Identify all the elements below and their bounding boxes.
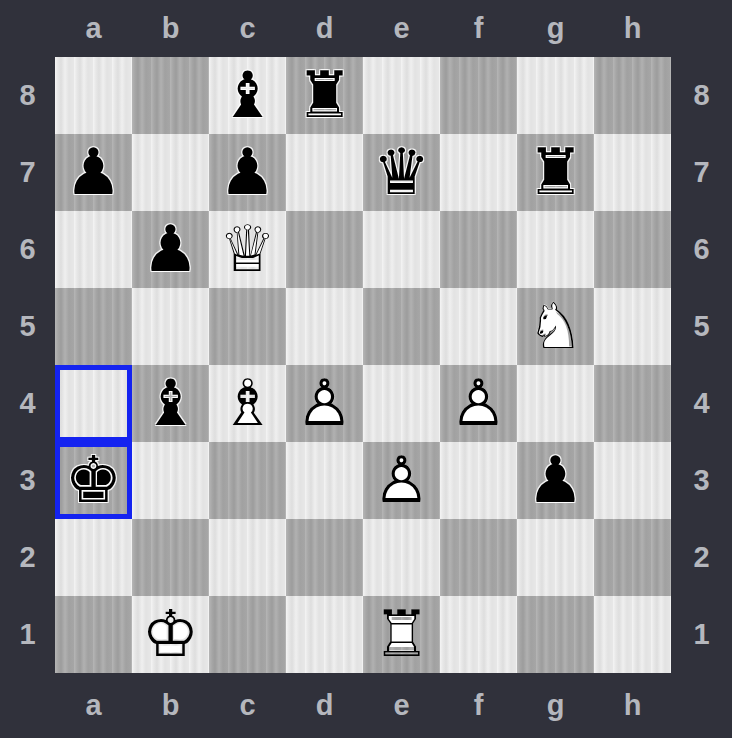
- square-h7[interactable]: [594, 134, 671, 211]
- square-b2[interactable]: [132, 519, 209, 596]
- white-piece-outline-glyph: ♔: [132, 596, 209, 673]
- square-c4[interactable]: ♝♗: [209, 365, 286, 442]
- piece-white-rook[interactable]: ♜♖: [363, 596, 440, 673]
- file-label-d: d: [286, 673, 363, 738]
- rank-label-3: 3: [671, 442, 732, 519]
- black-piece-glyph: ♝: [132, 365, 209, 442]
- black-piece-glyph: ♟: [517, 442, 594, 519]
- file-label-a: a: [55, 673, 132, 738]
- black-piece-glyph: ♟: [132, 211, 209, 288]
- square-d3[interactable]: [286, 442, 363, 519]
- rank-label-1: 1: [671, 596, 732, 673]
- piece-white-queen[interactable]: ♛♕: [209, 211, 286, 288]
- square-a6[interactable]: [55, 211, 132, 288]
- square-g1[interactable]: [517, 596, 594, 673]
- piece-black-rook[interactable]: ♜: [517, 134, 594, 211]
- white-piece-outline-glyph: ♙: [440, 365, 517, 442]
- square-d2[interactable]: [286, 519, 363, 596]
- square-b5[interactable]: [132, 288, 209, 365]
- rank-label-6: 6: [0, 211, 55, 288]
- square-d1[interactable]: [286, 596, 363, 673]
- file-labels-bottom: abcdefgh: [55, 673, 671, 738]
- square-e6[interactable]: [363, 211, 440, 288]
- piece-white-pawn[interactable]: ♟♙: [286, 365, 363, 442]
- file-label-f: f: [440, 673, 517, 738]
- square-c1[interactable]: [209, 596, 286, 673]
- file-label-e: e: [363, 0, 440, 57]
- square-f1[interactable]: [440, 596, 517, 673]
- square-g8[interactable]: [517, 57, 594, 134]
- file-label-g: g: [517, 0, 594, 57]
- square-f2[interactable]: [440, 519, 517, 596]
- square-d6[interactable]: [286, 211, 363, 288]
- square-g5[interactable]: ♞♘: [517, 288, 594, 365]
- black-piece-glyph: ♜: [286, 57, 363, 134]
- square-f3[interactable]: [440, 442, 517, 519]
- white-piece-outline-glyph: ♗: [209, 365, 286, 442]
- square-c5[interactable]: [209, 288, 286, 365]
- piece-white-pawn[interactable]: ♟♙: [363, 442, 440, 519]
- black-piece-glyph: ♟: [209, 134, 286, 211]
- square-e4[interactable]: [363, 365, 440, 442]
- square-a3[interactable]: ♚: [55, 442, 132, 519]
- square-g6[interactable]: [517, 211, 594, 288]
- square-h4[interactable]: [594, 365, 671, 442]
- square-b3[interactable]: [132, 442, 209, 519]
- piece-black-pawn[interactable]: ♟: [209, 134, 286, 211]
- square-g3[interactable]: ♟: [517, 442, 594, 519]
- piece-white-pawn[interactable]: ♟♙: [440, 365, 517, 442]
- piece-black-queen[interactable]: ♛: [363, 134, 440, 211]
- black-piece-glyph: ♚: [55, 442, 132, 519]
- square-e3[interactable]: ♟♙: [363, 442, 440, 519]
- black-piece-glyph: ♝: [209, 57, 286, 134]
- square-d7[interactable]: [286, 134, 363, 211]
- rank-label-6: 6: [671, 211, 732, 288]
- white-piece-outline-glyph: ♙: [286, 365, 363, 442]
- white-piece-outline-glyph: ♕: [209, 211, 286, 288]
- square-c7[interactable]: ♟: [209, 134, 286, 211]
- piece-black-pawn[interactable]: ♟: [517, 442, 594, 519]
- rank-label-8: 8: [671, 57, 732, 134]
- square-b4[interactable]: ♝: [132, 365, 209, 442]
- square-e8[interactable]: [363, 57, 440, 134]
- rank-label-8: 8: [0, 57, 55, 134]
- rank-label-4: 4: [671, 365, 732, 442]
- square-a5[interactable]: [55, 288, 132, 365]
- square-a7[interactable]: ♟: [55, 134, 132, 211]
- square-b7[interactable]: [132, 134, 209, 211]
- square-h5[interactable]: [594, 288, 671, 365]
- square-d8[interactable]: ♜: [286, 57, 363, 134]
- piece-white-knight[interactable]: ♞♘: [517, 288, 594, 365]
- square-b1[interactable]: ♚♔: [132, 596, 209, 673]
- file-label-b: b: [132, 0, 209, 57]
- chess-board: ♝♜♟♟♛♜♟♛♕♞♘♝♝♗♟♙♟♙♚♟♙♟♚♔♜♖: [55, 57, 671, 673]
- square-h2[interactable]: [594, 519, 671, 596]
- black-piece-glyph: ♛: [363, 134, 440, 211]
- rank-label-4: 4: [0, 365, 55, 442]
- piece-black-rook[interactable]: ♜: [286, 57, 363, 134]
- square-f4[interactable]: ♟♙: [440, 365, 517, 442]
- rank-label-2: 2: [671, 519, 732, 596]
- square-h3[interactable]: [594, 442, 671, 519]
- rank-labels-right: 87654321: [671, 57, 732, 673]
- white-piece-outline-glyph: ♖: [363, 596, 440, 673]
- file-label-e: e: [363, 673, 440, 738]
- piece-white-king[interactable]: ♚♔: [132, 596, 209, 673]
- rank-label-7: 7: [671, 134, 732, 211]
- square-c6[interactable]: ♛♕: [209, 211, 286, 288]
- rank-label-2: 2: [0, 519, 55, 596]
- rank-labels-left: 87654321: [0, 57, 55, 673]
- file-label-h: h: [594, 0, 671, 57]
- rank-label-5: 5: [671, 288, 732, 365]
- file-label-a: a: [55, 0, 132, 57]
- rank-label-3: 3: [0, 442, 55, 519]
- rank-label-7: 7: [0, 134, 55, 211]
- square-b8[interactable]: [132, 57, 209, 134]
- square-a4[interactable]: [55, 365, 132, 442]
- file-label-g: g: [517, 673, 594, 738]
- file-label-c: c: [209, 0, 286, 57]
- square-f7[interactable]: [440, 134, 517, 211]
- square-g7[interactable]: ♜: [517, 134, 594, 211]
- square-g4[interactable]: [517, 365, 594, 442]
- piece-black-bishop[interactable]: ♝: [209, 57, 286, 134]
- square-d5[interactable]: [286, 288, 363, 365]
- square-f6[interactable]: [440, 211, 517, 288]
- file-labels-top: abcdefgh: [55, 0, 671, 57]
- black-piece-glyph: ♟: [55, 134, 132, 211]
- square-d4[interactable]: ♟♙: [286, 365, 363, 442]
- square-b6[interactable]: ♟: [132, 211, 209, 288]
- piece-white-bishop[interactable]: ♝♗: [209, 365, 286, 442]
- square-a2[interactable]: [55, 519, 132, 596]
- square-a1[interactable]: [55, 596, 132, 673]
- square-f8[interactable]: [440, 57, 517, 134]
- file-label-b: b: [132, 673, 209, 738]
- black-piece-glyph: ♜: [517, 134, 594, 211]
- piece-black-pawn[interactable]: ♟: [132, 211, 209, 288]
- square-g2[interactable]: [517, 519, 594, 596]
- piece-black-bishop[interactable]: ♝: [132, 365, 209, 442]
- square-c2[interactable]: [209, 519, 286, 596]
- square-f5[interactable]: [440, 288, 517, 365]
- rank-label-1: 1: [0, 596, 55, 673]
- square-c3[interactable]: [209, 442, 286, 519]
- file-label-h: h: [594, 673, 671, 738]
- rank-label-5: 5: [0, 288, 55, 365]
- white-piece-outline-glyph: ♘: [517, 288, 594, 365]
- piece-black-pawn[interactable]: ♟: [55, 134, 132, 211]
- chess-board-frame: abcdefgh 87654321 ♝♜♟♟♛♜♟♛♕♞♘♝♝♗♟♙♟♙♚♟♙♟…: [0, 0, 732, 738]
- file-label-c: c: [209, 673, 286, 738]
- square-e2[interactable]: [363, 519, 440, 596]
- piece-black-king[interactable]: ♚: [55, 442, 132, 519]
- square-c8[interactable]: ♝: [209, 57, 286, 134]
- square-e1[interactable]: ♜♖: [363, 596, 440, 673]
- square-e5[interactable]: [363, 288, 440, 365]
- square-e7[interactable]: ♛: [363, 134, 440, 211]
- white-piece-outline-glyph: ♙: [363, 442, 440, 519]
- square-a8[interactable]: [55, 57, 132, 134]
- square-h1[interactable]: [594, 596, 671, 673]
- square-h8[interactable]: [594, 57, 671, 134]
- file-label-d: d: [286, 0, 363, 57]
- file-label-f: f: [440, 0, 517, 57]
- square-h6[interactable]: [594, 211, 671, 288]
